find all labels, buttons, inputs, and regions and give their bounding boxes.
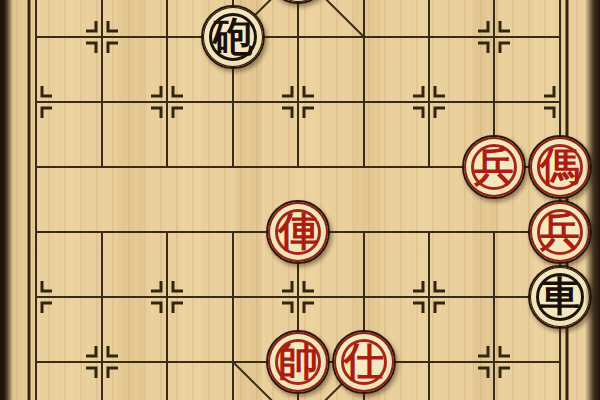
- piece-black-chariot-i6[interactable]: 車: [528, 265, 592, 329]
- xiangqi-board[interactable]: 將砲兵傌俥兵車帥仕: [0, 0, 600, 400]
- red-general-glyph: 帥: [268, 331, 328, 391]
- black-chariot-glyph: 車: [530, 266, 590, 326]
- piece-red-chariot-e5[interactable]: 俥: [266, 200, 330, 264]
- red-advisor-glyph: 仕: [334, 331, 394, 391]
- red-horse-glyph: 傌: [530, 136, 590, 196]
- black-general-glyph: 將: [268, 0, 328, 1]
- piece-black-cannon-d2[interactable]: 砲: [201, 5, 265, 69]
- red-soldier-glyph: 兵: [464, 136, 524, 196]
- black-cannon-glyph: 砲: [203, 6, 263, 66]
- piece-red-general-e7[interactable]: 帥: [266, 330, 330, 394]
- red-soldier-glyph: 兵: [530, 201, 590, 261]
- piece-red-advisor-f7[interactable]: 仕: [332, 330, 396, 394]
- piece-red-soldier-h4[interactable]: 兵: [462, 135, 526, 199]
- piece-red-soldier-i5[interactable]: 兵: [528, 200, 592, 264]
- red-chariot-glyph: 俥: [268, 201, 328, 261]
- piece-red-horse-i4[interactable]: 傌: [528, 135, 592, 199]
